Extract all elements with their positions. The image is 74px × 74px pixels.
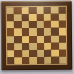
square-f2 — [44, 50, 51, 57]
square-g2 — [51, 50, 58, 57]
square-b1 — [15, 57, 22, 64]
square-h3 — [59, 42, 66, 49]
square-b7 — [14, 14, 21, 21]
square-f6 — [44, 21, 51, 28]
square-a1 — [7, 57, 14, 64]
square-h2 — [59, 49, 66, 56]
square-f7 — [44, 14, 51, 21]
square-d8 — [29, 7, 36, 14]
square-e6 — [36, 21, 43, 28]
square-b6 — [14, 21, 21, 28]
square-a2 — [7, 50, 14, 57]
square-f5 — [44, 28, 51, 35]
square-b5 — [14, 29, 21, 36]
square-h1 — [59, 57, 66, 64]
square-h5 — [59, 28, 66, 35]
square-d2 — [29, 50, 36, 57]
square-c1 — [22, 57, 29, 64]
square-a5 — [7, 29, 14, 36]
square-e7 — [36, 14, 43, 21]
square-h6 — [58, 21, 65, 28]
square-c2 — [22, 50, 29, 57]
square-d3 — [29, 43, 36, 50]
square-f1 — [44, 57, 51, 64]
square-a7 — [7, 14, 14, 21]
square-c6 — [22, 21, 29, 28]
square-g1 — [51, 57, 58, 64]
square-f4 — [44, 35, 51, 42]
square-a6 — [7, 21, 14, 28]
square-g8 — [51, 7, 58, 14]
square-g3 — [51, 42, 58, 49]
square-h7 — [58, 14, 65, 21]
square-a4 — [7, 36, 14, 43]
square-g4 — [51, 35, 58, 42]
square-c5 — [22, 28, 29, 35]
square-d1 — [29, 57, 36, 64]
square-e1 — [37, 57, 44, 64]
square-h4 — [59, 35, 66, 42]
square-a8 — [7, 7, 14, 14]
board-photo — [0, 0, 74, 74]
square-b3 — [14, 43, 21, 50]
square-b4 — [14, 36, 21, 43]
chess-board — [1, 1, 73, 71]
square-f8 — [44, 7, 51, 14]
square-e2 — [37, 50, 44, 57]
square-d7 — [29, 14, 36, 21]
square-c7 — [22, 14, 29, 21]
square-h8 — [58, 7, 65, 14]
square-g6 — [51, 21, 58, 28]
square-d6 — [29, 21, 36, 28]
square-g5 — [51, 28, 58, 35]
square-a3 — [7, 43, 14, 50]
square-e8 — [36, 7, 43, 14]
square-b2 — [15, 50, 22, 57]
square-e3 — [37, 43, 44, 50]
square-c4 — [22, 36, 29, 43]
square-d4 — [29, 36, 36, 43]
square-g7 — [51, 14, 58, 21]
square-c3 — [22, 43, 29, 50]
square-d5 — [29, 28, 36, 35]
square-f3 — [44, 42, 51, 49]
square-b8 — [14, 7, 21, 14]
square-e4 — [37, 35, 44, 42]
playing-area — [7, 7, 66, 65]
square-e5 — [36, 28, 43, 35]
square-c8 — [22, 7, 29, 14]
